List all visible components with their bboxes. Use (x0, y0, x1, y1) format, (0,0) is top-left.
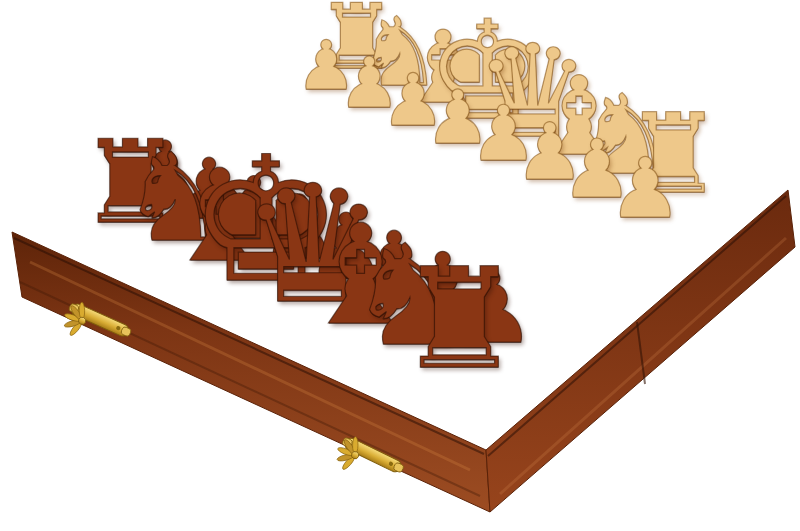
box-side-left (12, 232, 490, 512)
box-sides (0, 0, 800, 531)
product-photo-scene: Open folding wooden travel chess set on … (0, 0, 800, 531)
